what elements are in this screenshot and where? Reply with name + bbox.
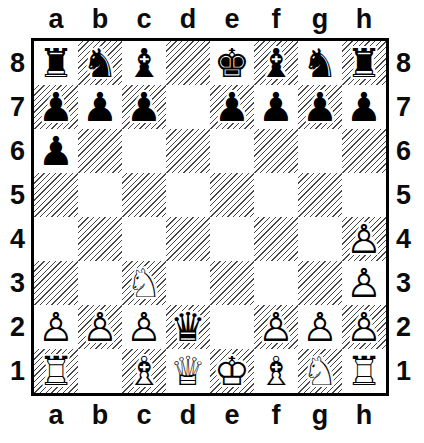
rank-label-1: 1 <box>10 358 25 385</box>
white-bishop-icon: ♝♗ <box>122 349 166 393</box>
square-a2[interactable]: ♟♙ <box>34 305 78 349</box>
rank-label-7: 7 <box>396 94 411 121</box>
black-pawn-icon: ♟ <box>342 85 386 129</box>
file-label-e: e <box>224 402 239 429</box>
file-label-f: f <box>272 6 281 33</box>
black-bishop-icon: ♝ <box>122 41 166 85</box>
rank-labels-right: 87654321 <box>389 38 424 396</box>
rank-label-7: 7 <box>10 94 25 121</box>
rank-label-2: 2 <box>396 314 411 341</box>
square-f8[interactable]: ♝ <box>254 41 298 85</box>
white-pawn-icon: ♟♙ <box>34 305 78 349</box>
black-knight-icon: ♞ <box>78 41 122 85</box>
file-label-g: g <box>312 402 329 429</box>
black-pawn-icon: ♟ <box>78 85 122 129</box>
square-h5[interactable] <box>342 173 386 217</box>
black-pawn-icon: ♟ <box>298 85 342 129</box>
white-pawn-icon: ♟♙ <box>78 305 122 349</box>
black-rook-icon: ♜ <box>342 41 386 85</box>
square-g8[interactable]: ♞ <box>298 41 342 85</box>
square-h7[interactable]: ♟ <box>342 85 386 129</box>
square-g6[interactable] <box>298 129 342 173</box>
square-a3[interactable] <box>34 261 78 305</box>
white-pawn-icon: ♟♙ <box>342 217 386 261</box>
diagram-layout: abcdefgh 87654321 ♜♞♝♚♝♞♜♟♟♟♟♟♟♟♟♟♙♞♘♟♙♟… <box>0 0 424 443</box>
rank-label-1: 1 <box>396 358 411 385</box>
rank-label-8: 8 <box>396 50 411 77</box>
rank-label-4: 4 <box>10 226 25 253</box>
rank-label-4: 4 <box>396 226 411 253</box>
white-bishop-icon: ♝♗ <box>254 349 298 393</box>
square-c1[interactable]: ♝♗ <box>122 349 166 393</box>
square-c3[interactable]: ♞♘ <box>122 261 166 305</box>
square-g1[interactable]: ♞♘ <box>298 349 342 393</box>
square-g3[interactable] <box>298 261 342 305</box>
rank-label-3: 3 <box>396 270 411 297</box>
square-f1[interactable]: ♝♗ <box>254 349 298 393</box>
black-pawn-icon: ♟ <box>122 85 166 129</box>
white-pawn-icon: ♟♙ <box>254 305 298 349</box>
rank-labels-left: 87654321 <box>0 38 31 396</box>
square-h1[interactable]: ♜♖ <box>342 349 386 393</box>
square-c7[interactable]: ♟ <box>122 85 166 129</box>
white-queen-icon: ♛♕ <box>166 349 210 393</box>
file-label-b: b <box>92 402 109 429</box>
square-f2[interactable]: ♟♙ <box>254 305 298 349</box>
black-pawn-icon: ♟ <box>254 85 298 129</box>
file-label-h: h <box>356 402 373 429</box>
rank-label-3: 3 <box>10 270 25 297</box>
file-label-f: f <box>272 402 281 429</box>
square-b7[interactable]: ♟ <box>78 85 122 129</box>
square-f3[interactable] <box>254 261 298 305</box>
square-d8[interactable] <box>166 41 210 85</box>
square-a7[interactable]: ♟ <box>34 85 78 129</box>
chess-diagram-page: abcdefgh 87654321 ♜♞♝♚♝♞♜♟♟♟♟♟♟♟♟♟♙♞♘♟♙♟… <box>0 0 424 443</box>
square-f4[interactable] <box>254 217 298 261</box>
square-e3[interactable] <box>210 261 254 305</box>
square-e7[interactable]: ♟ <box>210 85 254 129</box>
rank-label-5: 5 <box>396 182 411 209</box>
square-e2[interactable] <box>210 305 254 349</box>
file-label-a: a <box>48 402 63 429</box>
square-d2[interactable]: ♛ <box>166 305 210 349</box>
square-d5[interactable] <box>166 173 210 217</box>
square-e6[interactable] <box>210 129 254 173</box>
white-pawn-icon: ♟♙ <box>342 261 386 305</box>
square-b3[interactable] <box>78 261 122 305</box>
square-g4[interactable] <box>298 217 342 261</box>
black-pawn-icon: ♟ <box>210 85 254 129</box>
square-d4[interactable] <box>166 217 210 261</box>
square-e8[interactable]: ♚ <box>210 41 254 85</box>
file-label-g: g <box>312 6 329 33</box>
file-label-d: d <box>180 402 197 429</box>
square-h4[interactable]: ♟♙ <box>342 217 386 261</box>
square-d3[interactable] <box>166 261 210 305</box>
square-c8[interactable]: ♝ <box>122 41 166 85</box>
white-king-icon: ♚♔ <box>210 349 254 393</box>
square-g7[interactable]: ♟ <box>298 85 342 129</box>
white-pawn-icon: ♟♙ <box>122 305 166 349</box>
file-label-d: d <box>180 6 197 33</box>
square-f5[interactable] <box>254 173 298 217</box>
black-pawn-icon: ♟ <box>34 85 78 129</box>
square-a1[interactable]: ♜♖ <box>34 349 78 393</box>
rank-label-8: 8 <box>10 50 25 77</box>
square-d1[interactable]: ♛♕ <box>166 349 210 393</box>
file-label-e: e <box>224 6 239 33</box>
file-label-b: b <box>92 6 109 33</box>
white-rook-icon: ♜♖ <box>34 349 78 393</box>
black-bishop-icon: ♝ <box>254 41 298 85</box>
file-label-c: c <box>136 6 151 33</box>
square-a6[interactable]: ♟ <box>34 129 78 173</box>
square-a8[interactable]: ♜ <box>34 41 78 85</box>
black-rook-icon: ♜ <box>34 41 78 85</box>
square-d7[interactable] <box>166 85 210 129</box>
square-c2[interactable]: ♟♙ <box>122 305 166 349</box>
file-label-c: c <box>136 402 151 429</box>
white-knight-icon: ♞♘ <box>298 349 342 393</box>
square-b6[interactable] <box>78 129 122 173</box>
white-knight-icon: ♞♘ <box>122 261 166 305</box>
square-a5[interactable] <box>34 173 78 217</box>
board: ♜♞♝♚♝♞♜♟♟♟♟♟♟♟♟♟♙♞♘♟♙♟♙♟♙♟♙♛♟♙♟♙♟♙♜♖♝♗♛♕… <box>31 38 389 396</box>
square-c6[interactable] <box>122 129 166 173</box>
white-pawn-icon: ♟♙ <box>298 305 342 349</box>
square-c4[interactable] <box>122 217 166 261</box>
square-h6[interactable] <box>342 129 386 173</box>
black-pawn-icon: ♟ <box>34 129 78 173</box>
rank-label-6: 6 <box>396 138 411 165</box>
file-labels-bottom: abcdefgh <box>31 396 389 443</box>
square-h3[interactable]: ♟♙ <box>342 261 386 305</box>
square-e5[interactable] <box>210 173 254 217</box>
square-b8[interactable]: ♞ <box>78 41 122 85</box>
square-b4[interactable] <box>78 217 122 261</box>
file-label-a: a <box>48 6 63 33</box>
square-c5[interactable] <box>122 173 166 217</box>
square-d6[interactable] <box>166 129 210 173</box>
black-king-icon: ♚ <box>210 41 254 85</box>
square-b1[interactable] <box>78 349 122 393</box>
square-f7[interactable]: ♟ <box>254 85 298 129</box>
black-knight-icon: ♞ <box>298 41 342 85</box>
white-rook-icon: ♜♖ <box>342 349 386 393</box>
black-queen-icon: ♛ <box>166 305 210 349</box>
rank-label-6: 6 <box>10 138 25 165</box>
rank-label-5: 5 <box>10 182 25 209</box>
square-b2[interactable]: ♟♙ <box>78 305 122 349</box>
file-label-h: h <box>356 6 373 33</box>
square-g2[interactable]: ♟♙ <box>298 305 342 349</box>
square-b5[interactable] <box>78 173 122 217</box>
file-labels-top: abcdefgh <box>31 0 389 38</box>
square-f6[interactable] <box>254 129 298 173</box>
square-h8[interactable]: ♜ <box>342 41 386 85</box>
white-pawn-icon: ♟♙ <box>342 305 386 349</box>
square-e4[interactable] <box>210 217 254 261</box>
rank-label-2: 2 <box>10 314 25 341</box>
square-h2[interactable]: ♟♙ <box>342 305 386 349</box>
square-a4[interactable] <box>34 217 78 261</box>
square-e1[interactable]: ♚♔ <box>210 349 254 393</box>
square-g5[interactable] <box>298 173 342 217</box>
